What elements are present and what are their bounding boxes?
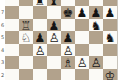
square-f6[interactable] <box>75 19 89 32</box>
square-a2[interactable] <box>5 69 19 81</box>
square-c5[interactable]: ♟ <box>33 31 47 44</box>
square-b2[interactable] <box>19 69 33 81</box>
square-d2[interactable] <box>47 69 61 81</box>
square-g4[interactable] <box>89 44 103 57</box>
square-a6[interactable] <box>5 19 19 32</box>
square-a4[interactable] <box>5 44 19 57</box>
piece-black-bishop[interactable]: ♝ <box>49 0 60 7</box>
square-g7[interactable]: ♟ <box>89 6 103 19</box>
piece-black-pawn[interactable]: ♟ <box>105 7 116 20</box>
piece-white-knight[interactable]: ♘ <box>21 32 32 45</box>
square-a7[interactable] <box>5 6 19 19</box>
square-f4[interactable] <box>75 44 89 57</box>
piece-white-pawn[interactable]: ♙ <box>77 57 88 70</box>
piece-white-bishop[interactable]: ♗ <box>63 57 74 70</box>
piece-black-rook[interactable]: ♜ <box>35 0 46 7</box>
square-h6[interactable] <box>103 19 117 32</box>
square-e2[interactable] <box>61 69 75 81</box>
square-h2[interactable]: ♔ <box>103 69 117 81</box>
square-e7[interactable]: ♚ <box>61 6 75 19</box>
square-b6[interactable]: ♖ <box>19 19 33 32</box>
square-e3[interactable]: ♗ <box>61 56 75 69</box>
piece-black-knight[interactable]: ♞ <box>91 19 102 32</box>
square-e5[interactable]: ♟ <box>61 31 75 44</box>
square-g5[interactable] <box>89 31 103 44</box>
square-b7[interactable] <box>19 6 33 19</box>
square-d5[interactable]: ♙ <box>47 31 61 44</box>
square-g3[interactable]: ♙ <box>89 56 103 69</box>
piece-white-king[interactable]: ♔ <box>105 69 116 80</box>
square-c3[interactable] <box>33 56 47 69</box>
square-g6[interactable]: ♞ <box>89 19 103 32</box>
piece-white-pawn[interactable]: ♙ <box>49 32 60 45</box>
square-d8[interactable]: ♝ <box>47 0 61 6</box>
square-c8[interactable]: ♜ <box>33 0 47 6</box>
square-c7[interactable] <box>33 6 47 19</box>
chess-diagram: 765432 ♜♝♚♟♟♟♖♟♞♘♟♙♟♞♙♙♗♙♙♔ <box>0 0 120 80</box>
square-c6[interactable] <box>33 19 47 32</box>
square-b5[interactable]: ♘ <box>19 31 33 44</box>
square-b3[interactable] <box>19 56 33 69</box>
square-d3[interactable] <box>47 56 61 69</box>
square-a3[interactable] <box>5 56 19 69</box>
piece-black-king[interactable]: ♚ <box>63 7 74 20</box>
square-h5[interactable]: ♞ <box>103 31 117 44</box>
square-h3[interactable] <box>103 56 117 69</box>
square-h4[interactable] <box>103 44 117 57</box>
piece-black-pawn[interactable]: ♟ <box>77 7 88 20</box>
chess-board[interactable]: ♜♝♚♟♟♟♖♟♞♘♟♙♟♞♙♙♗♙♙♔ <box>5 0 118 80</box>
square-b4[interactable] <box>19 44 33 57</box>
square-h7[interactable]: ♟ <box>103 6 117 19</box>
square-e4[interactable]: ♙ <box>61 44 75 57</box>
square-f5[interactable] <box>75 31 89 44</box>
square-f2[interactable] <box>75 69 89 81</box>
square-d4[interactable] <box>47 44 61 57</box>
square-f7[interactable]: ♟ <box>75 6 89 19</box>
square-a5[interactable] <box>5 31 19 44</box>
square-e6[interactable] <box>61 19 75 32</box>
square-g2[interactable] <box>89 69 103 81</box>
square-c4[interactable]: ♙ <box>33 44 47 57</box>
square-d6[interactable]: ♟ <box>47 19 61 32</box>
square-f3[interactable]: ♙ <box>75 56 89 69</box>
piece-white-pawn[interactable]: ♙ <box>35 44 46 57</box>
square-d7[interactable] <box>47 6 61 19</box>
piece-black-knight[interactable]: ♞ <box>105 32 116 45</box>
square-c2[interactable] <box>33 69 47 81</box>
piece-white-pawn[interactable]: ♙ <box>91 57 102 70</box>
